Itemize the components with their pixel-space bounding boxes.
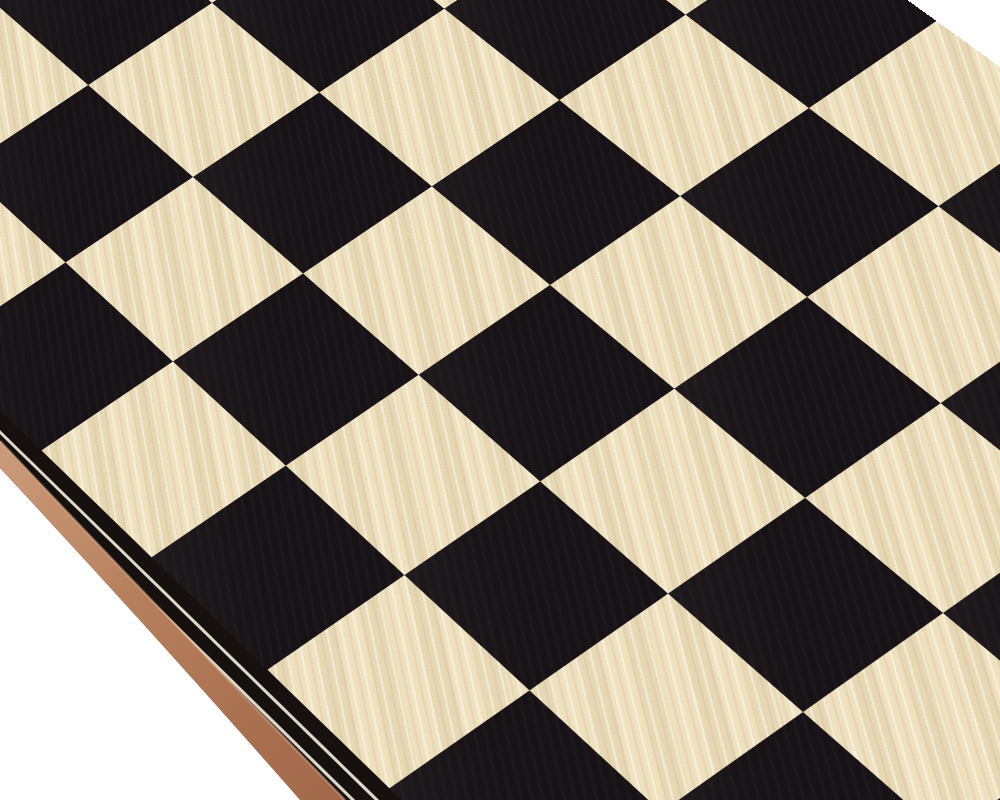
board-photo (0, 0, 1000, 800)
chess-board (0, 0, 1000, 800)
